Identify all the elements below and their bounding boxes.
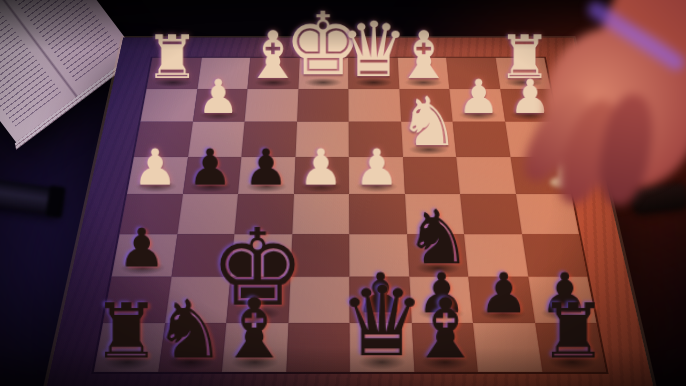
- square-g4[interactable]: ♟: [183, 157, 242, 194]
- board-squares: ♜♝♚♛♝♜♟♟♟♞♟♟♟♟♟♟♞♚♟♟♟♟♜♞♝♛♝♜: [91, 57, 608, 374]
- square-c8[interactable]: ♝: [411, 323, 478, 372]
- square-b8[interactable]: [473, 323, 542, 372]
- square-h4[interactable]: ♟: [127, 157, 188, 194]
- black-pawn[interactable]: ♟: [118, 222, 166, 275]
- white-pawn[interactable]: ♟: [198, 74, 240, 121]
- square-a5[interactable]: [516, 194, 579, 234]
- square-f8[interactable]: ♝: [222, 323, 288, 372]
- white-bishop[interactable]: ♝: [395, 22, 454, 87]
- held-piece-body: [558, 150, 572, 178]
- square-d8[interactable]: ♛: [350, 323, 414, 372]
- black-bishop[interactable]: ♝: [217, 287, 291, 370]
- square-b4[interactable]: [456, 157, 515, 194]
- black-rook[interactable]: ♜: [540, 294, 608, 370]
- white-pawn[interactable]: ♟: [354, 143, 399, 193]
- square-h1[interactable]: ♜: [147, 58, 202, 89]
- square-d1[interactable]: ♛: [348, 58, 399, 89]
- square-g8[interactable]: ♞: [158, 323, 226, 372]
- black-rook[interactable]: ♜: [92, 294, 160, 370]
- white-pawn[interactable]: ♟: [133, 143, 178, 193]
- held-white-piece[interactable]: [548, 128, 582, 192]
- white-pawn[interactable]: ♟: [510, 74, 552, 121]
- square-d2[interactable]: [348, 89, 400, 122]
- square-a2[interactable]: ♟: [500, 89, 557, 122]
- black-bishop[interactable]: ♝: [409, 287, 483, 370]
- square-f2[interactable]: [245, 89, 298, 122]
- square-g2[interactable]: ♟: [193, 89, 248, 122]
- square-a8[interactable]: ♜: [535, 323, 606, 372]
- video-frame: ♜♝♚♛♝♜♟♟♟♞♟♟♟♟♟♟♞♚♟♟♟♟♜♞♝♛♝♜: [0, 0, 686, 386]
- board-scene: ♜♝♚♛♝♜♟♟♟♞♟♟♟♟♟♟♞♚♟♟♟♟♜♞♝♛♝♜: [0, 0, 686, 386]
- black-pawn[interactable]: ♟: [479, 265, 529, 320]
- chess-board: ♜♝♚♛♝♜♟♟♟♞♟♟♟♟♟♟♞♚♟♟♟♟♜♞♝♛♝♜: [42, 38, 658, 386]
- square-h6[interactable]: ♟: [112, 234, 177, 277]
- square-d4[interactable]: ♟: [349, 157, 405, 194]
- white-rook[interactable]: ♜: [145, 28, 199, 88]
- square-e4[interactable]: ♟: [294, 157, 350, 194]
- square-f4[interactable]: ♟: [238, 157, 295, 194]
- square-e2[interactable]: [297, 89, 349, 122]
- square-b3[interactable]: [453, 122, 510, 157]
- black-pawn[interactable]: ♟: [188, 143, 233, 193]
- black-knight[interactable]: ♞: [154, 290, 226, 371]
- held-piece-base: [550, 176, 580, 188]
- white-pawn[interactable]: ♟: [458, 74, 500, 121]
- square-h2[interactable]: [140, 89, 197, 122]
- white-knight[interactable]: ♞: [399, 88, 460, 156]
- square-c3[interactable]: ♞: [401, 122, 457, 157]
- square-c4[interactable]: [403, 157, 460, 194]
- square-d5[interactable]: [349, 194, 407, 234]
- black-pawn[interactable]: ♟: [243, 143, 288, 193]
- white-pawn[interactable]: ♟: [299, 143, 344, 193]
